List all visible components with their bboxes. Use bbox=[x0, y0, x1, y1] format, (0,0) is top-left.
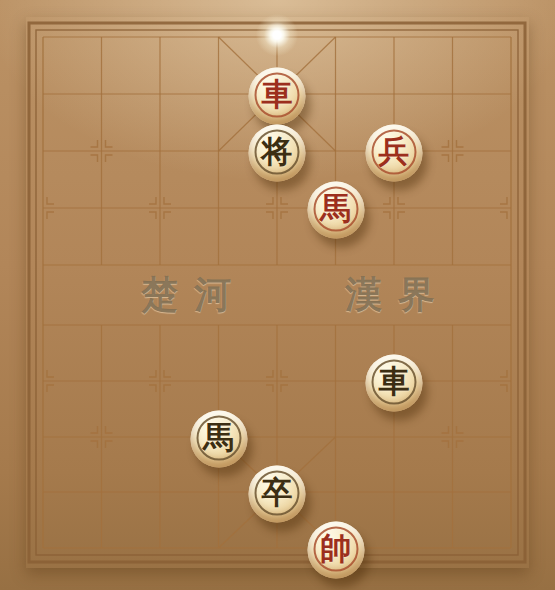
piece-black-general[interactable]: 将 bbox=[249, 125, 306, 182]
river-label-chu-he: 楚河 bbox=[133, 270, 247, 320]
piece-red-horse[interactable]: 馬 bbox=[307, 182, 364, 239]
piece-black-chariot[interactable]: 車 bbox=[366, 355, 423, 412]
piece-glyph: 馬 bbox=[307, 180, 364, 237]
xiangqi-board[interactable]: 楚河 漢界 車将兵馬車馬卒帥 bbox=[0, 0, 555, 590]
piece-glyph: 馬 bbox=[190, 409, 247, 466]
piece-glyph: 卒 bbox=[249, 464, 306, 521]
piece-red-general[interactable]: 帥 bbox=[307, 522, 364, 579]
piece-glyph: 将 bbox=[249, 123, 306, 180]
piece-red-chariot[interactable]: 車 bbox=[249, 68, 306, 125]
piece-glyph: 車 bbox=[249, 66, 306, 123]
piece-glyph: 帥 bbox=[307, 520, 364, 577]
piece-black-soldier[interactable]: 卒 bbox=[249, 466, 306, 523]
piece-black-horse[interactable]: 馬 bbox=[190, 411, 247, 468]
river-label-han-jie: 漢界 bbox=[337, 270, 451, 320]
piece-glyph: 車 bbox=[366, 353, 423, 410]
xiangqi-app: 楚河 漢界 車将兵馬車馬卒帥 bbox=[0, 0, 555, 590]
piece-glyph: 兵 bbox=[366, 123, 423, 180]
piece-red-soldier[interactable]: 兵 bbox=[366, 125, 423, 182]
